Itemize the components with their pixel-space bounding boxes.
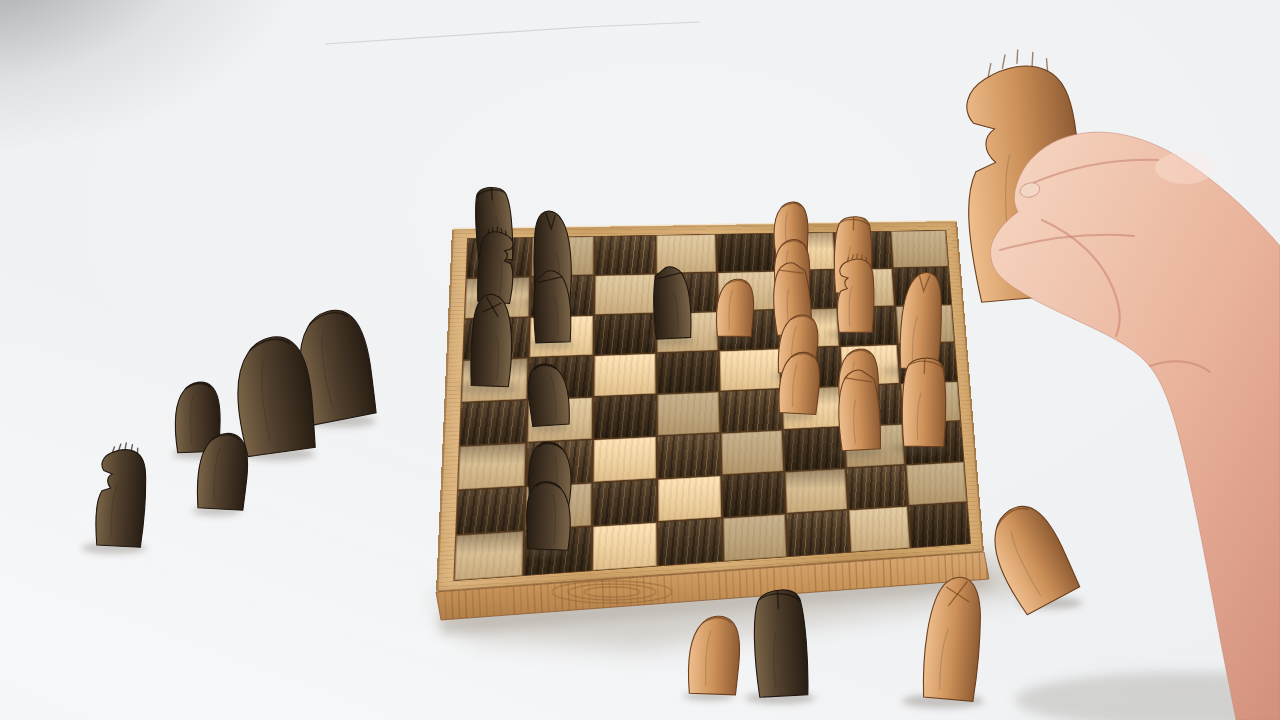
scene	[0, 0, 1280, 720]
hand-layer	[0, 0, 1280, 720]
hand	[991, 132, 1280, 720]
